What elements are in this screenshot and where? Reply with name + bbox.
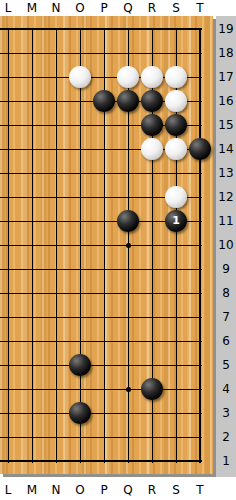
black-stone-S11: 1 [165,210,187,232]
bottom-coordinate-bar: LMNOPQRST [0,481,236,500]
row-label-18: 18 [216,45,236,61]
column-label-M: M [20,481,44,500]
column-label-T: T [188,481,212,500]
black-stone-T14 [189,138,211,160]
go-board[interactable]: 1 [0,16,213,474]
grid-line-row-1 [0,460,202,462]
white-stone-S14 [165,138,187,160]
grid-line-row-3 [0,413,202,414]
row-label-3: 3 [216,405,236,421]
move-number-label: 1 [165,210,187,232]
white-stone-O17 [69,66,91,88]
row-label-19: 19 [216,21,236,37]
go-diagram: LMNOPQRST 1 1918171615141312111098765432… [0,0,236,500]
column-label-O: O [68,481,92,500]
row-label-1: 1 [216,453,236,469]
row-label-13: 13 [216,165,236,181]
grid-line-col-L [8,29,9,463]
row-label-7: 7 [216,309,236,325]
row-label-2: 2 [216,429,236,445]
black-stone-P16 [93,90,115,112]
grid-line-col-T [199,29,201,463]
grid-line-row-9 [0,269,202,270]
star-point-Q10 [126,243,131,248]
black-stone-Q11 [117,210,139,232]
row-label-11: 11 [216,213,236,229]
white-stone-R14 [141,138,163,160]
row-label-12: 12 [216,189,236,205]
grid-line-row-18 [0,53,202,54]
grid-line-row-10 [0,245,202,246]
column-label-L: L [0,0,20,16]
row-label-15: 15 [216,117,236,133]
black-stone-R16 [141,90,163,112]
grid-line-col-N [56,29,57,463]
white-stone-S17 [165,66,187,88]
white-stone-R17 [141,66,163,88]
column-label-P: P [92,481,116,500]
column-label-R: R [140,481,164,500]
column-label-P: P [92,0,116,16]
grid-line-col-M [32,29,33,463]
star-point-Q4 [126,387,131,392]
row-label-14: 14 [216,141,236,157]
black-stone-R15 [141,114,163,136]
black-stone-Q16 [117,90,139,112]
row-label-9: 9 [216,261,236,277]
column-label-R: R [140,0,164,16]
column-label-N: N [44,0,68,16]
column-label-O: O [68,0,92,16]
white-stone-Q17 [117,66,139,88]
grid-line-col-O [80,29,81,463]
column-label-Q: Q [116,0,140,16]
column-label-N: N [44,481,68,500]
grid-line-row-2 [0,437,202,438]
row-label-17: 17 [216,69,236,85]
black-stone-O3 [69,402,91,424]
black-stone-R4 [141,378,163,400]
row-label-16: 16 [216,93,236,109]
column-label-S: S [164,0,188,16]
row-label-6: 6 [216,333,236,349]
row-label-5: 5 [216,357,236,373]
grid-line-row-4 [0,389,202,390]
grid-line-row-19 [0,28,202,30]
black-stone-S15 [165,114,187,136]
column-label-T: T [188,0,212,16]
row-label-8: 8 [216,285,236,301]
top-coordinate-bar: LMNOPQRST [0,0,236,16]
row-coordinate-strip: 19181716151413121110987654321 [216,16,236,477]
row-label-4: 4 [216,381,236,397]
grid-line-row-8 [0,293,202,294]
white-stone-S16 [165,90,187,112]
white-stone-S12 [165,186,187,208]
column-label-S: S [164,481,188,500]
grid-line-row-13 [0,173,202,174]
grid-line-row-5 [0,365,202,366]
column-label-M: M [20,0,44,16]
black-stone-O5 [69,354,91,376]
column-label-Q: Q [116,481,140,500]
grid-line-row-6 [0,341,202,342]
column-label-L: L [0,481,20,500]
row-label-10: 10 [216,237,236,253]
grid-line-row-7 [0,317,202,318]
